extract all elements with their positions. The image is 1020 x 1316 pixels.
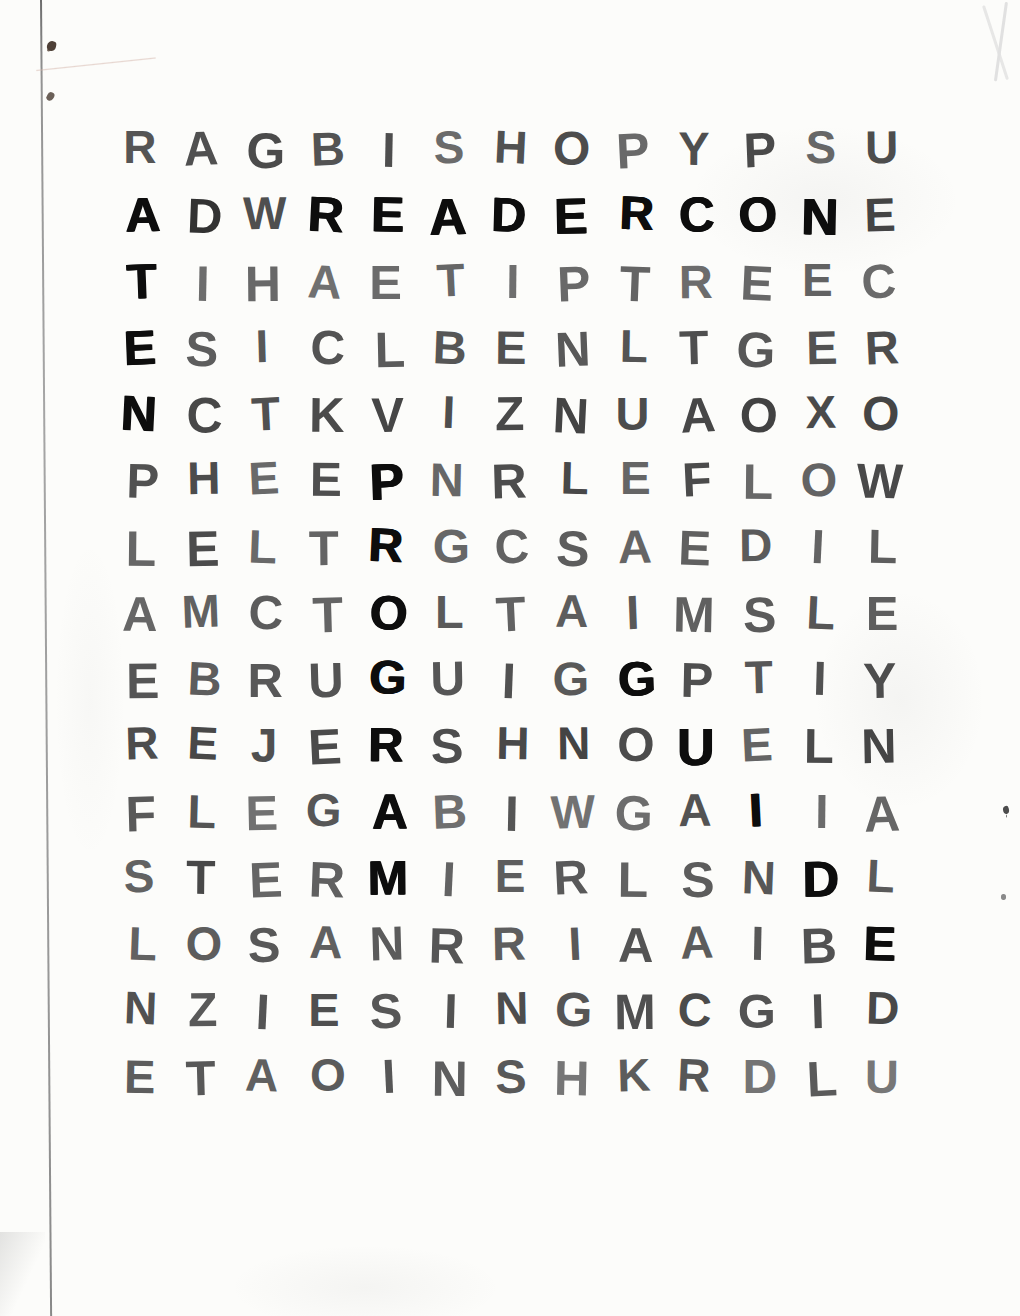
grid-cell-r3c7: I — [482, 248, 544, 315]
grid-cell-r5c9: U — [602, 380, 664, 446]
grid-cell-r6c11: L — [727, 449, 789, 516]
grid-cell-r12c8: R — [538, 843, 603, 912]
grid-cell-r10c4: E — [293, 713, 358, 782]
grid-cell-r1c1: R — [109, 114, 171, 180]
grid-cell-r12c12: D — [788, 845, 852, 914]
grid-cell-r11c11: I — [722, 774, 789, 845]
grid-cell-r2c11: O — [725, 180, 791, 251]
grid-cell-r6c13: W — [849, 448, 912, 515]
grid-cell-r12c3: E — [234, 846, 298, 915]
grid-cell-r1c3: G — [235, 118, 297, 185]
grid-cell-r5c11: O — [727, 381, 791, 449]
grid-cell-r10c10: U — [664, 713, 728, 781]
grid-cell-r3c3: H — [232, 250, 294, 317]
grid-cell-r10c6: S — [415, 712, 479, 781]
grid-cell-r10c3: J — [233, 712, 295, 778]
grid-cell-r4c4: C — [296, 314, 360, 382]
grid-cell-r14c2: Z — [171, 977, 233, 1044]
grid-cell-r15c9: K — [602, 1041, 666, 1109]
grid-cell-r2c1: A — [110, 180, 175, 249]
grid-cell-r9c10: P — [666, 647, 729, 714]
grid-cell-r4c6: B — [418, 313, 482, 382]
grid-cell-r1c6: S — [418, 113, 482, 181]
grid-cell-r7c4: T — [293, 514, 355, 581]
grid-cell-r9c13: Y — [849, 648, 912, 715]
grid-cell-r8c12: L — [788, 577, 853, 646]
grid-cell-r6c8: L — [543, 444, 607, 512]
grid-cell-r12c11: N — [727, 843, 791, 912]
grid-cell-r15c4: O — [297, 1042, 359, 1108]
bottom-left-corner-shade — [0, 1232, 45, 1316]
grid-cell-r1c4: B — [296, 114, 360, 183]
grid-cell-r9c12: I — [788, 645, 852, 713]
grid-cell-r8c4: T — [296, 581, 360, 649]
grid-cell-r15c6: N — [419, 1045, 481, 1112]
grid-cell-r4c7: E — [480, 314, 542, 381]
grid-cell-r13c10: A — [665, 908, 729, 977]
grid-cell-r1c2: A — [168, 115, 233, 184]
grid-cell-r3c10: R — [665, 247, 727, 314]
grid-cell-r11c3: E — [231, 779, 294, 846]
grid-cell-r2c9: R — [603, 178, 669, 249]
grid-cell-r5c12: X — [789, 378, 852, 445]
grid-cell-r9c11: T — [727, 643, 791, 711]
grid-cell-r3c8: P — [542, 249, 606, 318]
grid-cell-r14c8: G — [542, 976, 606, 1045]
grid-cell-r2c7: D — [476, 179, 541, 249]
grid-cell-r2c8: E — [538, 182, 603, 251]
grid-cell-r12c6: I — [417, 844, 482, 913]
grid-cell-r10c1: R — [110, 710, 174, 778]
grid-cell-r12c5: M — [356, 843, 420, 912]
grid-cell-r14c4: E — [293, 976, 355, 1042]
grid-cell-r12c9: L — [601, 847, 663, 914]
grid-cell-r6c6: N — [416, 446, 479, 513]
grid-cell-r2c10: C — [665, 181, 729, 250]
grid-cell-r8c7: T — [479, 579, 544, 648]
grid-cell-r4c3: I — [230, 312, 294, 380]
grid-cell-r15c11: D — [729, 1044, 791, 1110]
grid-cell-r6c1: P — [111, 447, 175, 515]
grid-cell-r12c10: S — [667, 846, 730, 913]
grid-cell-r8c10: M — [663, 581, 726, 648]
grid-cell-r15c2: T — [169, 1044, 233, 1112]
grid-cell-r10c12: L — [787, 713, 849, 780]
grid-cell-r10c13: N — [848, 713, 911, 780]
scanned-paper-page: RAGBISHOPYPSUADWREADERCONETIHAETIPTREECE… — [0, 0, 1020, 1316]
grid-cell-r1c5: I — [357, 116, 420, 183]
grid-cell-r13c1: L — [111, 909, 175, 978]
grid-cell-r7c1: L — [110, 515, 172, 582]
grid-cell-r9c7: I — [477, 647, 541, 716]
grid-cell-r13c4: A — [294, 909, 357, 976]
grid-cell-r3c9: T — [602, 249, 666, 318]
grid-cell-r2c13: E — [848, 180, 912, 248]
grid-cell-r6c12: O — [786, 445, 850, 514]
grid-cell-r4c12: E — [790, 313, 853, 380]
grid-cell-r12c4: R — [295, 846, 359, 915]
grid-cell-r11c7: I — [481, 780, 544, 847]
grid-cell-r3c11: E — [724, 248, 789, 317]
grid-cell-r8c1: A — [109, 581, 171, 648]
word-search-grid: RAGBISHOPYPSUADWREADERCONETIHAETIPTREECE… — [110, 116, 912, 1110]
grid-cell-r14c11: G — [726, 978, 788, 1044]
grid-cell-r14c9: M — [603, 979, 665, 1046]
grid-cell-r12c13: L — [849, 841, 914, 910]
grid-cell-r12c7: E — [479, 843, 541, 909]
grid-cell-r6c7: R — [477, 447, 541, 515]
grid-cell-r11c12: I — [790, 778, 852, 845]
grid-cell-r15c5: I — [356, 1042, 421, 1111]
grid-cell-r7c2: E — [171, 515, 234, 582]
grid-cell-r4c5: L — [358, 316, 421, 383]
grid-cell-r6c10: F — [665, 446, 730, 515]
grid-cell-r8c9: I — [600, 579, 664, 648]
grid-cell-r10c2: E — [170, 709, 235, 778]
grid-cell-r7c9: A — [603, 512, 666, 579]
grid-cell-r1c7: H — [479, 113, 544, 182]
grid-cell-r10c11: E — [724, 710, 789, 779]
grid-cell-r6c4: E — [295, 447, 357, 514]
grid-cell-r15c8: H — [540, 1044, 603, 1111]
grid-cell-r2c6: A — [416, 182, 481, 252]
grid-cell-r7c5: R — [352, 509, 419, 580]
grid-cell-r13c6: R — [416, 912, 480, 980]
grid-cell-r5c4: K — [296, 382, 358, 449]
grid-cell-r2c2: D — [172, 182, 236, 251]
grid-cell-r3c12: E — [787, 247, 849, 313]
grid-cell-r5c10: A — [666, 381, 731, 450]
grid-cell-r10c9: O — [603, 711, 668, 780]
grid-cell-r13c12: B — [787, 912, 851, 980]
grid-cell-r8c11: S — [729, 582, 791, 649]
grid-cell-r1c8: O — [541, 116, 603, 182]
grid-cell-r15c1: E — [108, 1042, 171, 1109]
grid-cell-r7c8: S — [541, 515, 605, 583]
grid-cell-r11c4: G — [292, 775, 356, 844]
grid-cell-r6c2: H — [172, 445, 235, 512]
grid-cell-r11c9: G — [602, 779, 666, 847]
grid-cell-r14c6: I — [420, 978, 484, 1046]
grid-cell-r1c11: P — [728, 116, 792, 185]
grid-cell-r10c5: R — [354, 710, 418, 779]
grid-cell-r8c5: O — [356, 577, 421, 647]
grid-cell-r3c5: E — [355, 250, 417, 316]
grid-cell-r9c9: G — [603, 643, 669, 714]
grid-cell-r14c12: I — [786, 978, 850, 1046]
grid-cell-r4c2: S — [170, 315, 233, 382]
grid-cell-r11c5: A — [358, 777, 422, 846]
grid-cell-r15c10: R — [662, 1040, 727, 1109]
grid-cell-r9c8: G — [540, 645, 602, 712]
grid-cell-r9c4: U — [294, 646, 358, 714]
grid-cell-r7c6: G — [420, 514, 482, 580]
grid-cell-r14c13: D — [851, 975, 915, 1043]
grid-cell-r6c5: P — [354, 447, 420, 518]
grid-cell-r9c1: E — [112, 648, 174, 715]
grid-cell-r13c7: R — [478, 910, 541, 977]
grid-cell-r5c5: V — [356, 381, 419, 448]
grid-cell-r15c3: A — [230, 1041, 294, 1109]
grid-cell-r12c1: S — [106, 841, 171, 910]
grid-cell-r13c2: O — [172, 910, 234, 977]
paper-fold-line — [40, 0, 52, 1316]
grid-cell-r7c3: L — [231, 511, 295, 580]
grid-cell-r5c7: Z — [479, 381, 541, 448]
grid-cell-r15c12: L — [789, 1044, 854, 1113]
grid-cell-r7c12: I — [785, 512, 850, 581]
grid-cell-r7c13: L — [852, 513, 915, 580]
small-mark-left-margin — [45, 91, 55, 102]
grid-cell-r13c5: N — [355, 910, 419, 978]
grid-cell-r3c4: A — [293, 246, 358, 315]
grid-cell-r9c3: R — [234, 647, 296, 713]
grid-cell-r9c2: B — [172, 644, 237, 713]
grid-cell-r15c13: U — [851, 1042, 913, 1109]
grid-cell-r3c6: T — [419, 245, 484, 314]
grid-cell-r5c1: N — [105, 379, 172, 450]
pink-crease-mark — [36, 52, 157, 76]
grid-cell-r7c11: D — [725, 511, 787, 578]
grid-cell-r7c7: C — [480, 513, 544, 581]
grid-cell-r2c5: E — [355, 181, 420, 250]
grid-cell-r6c3: E — [232, 444, 297, 513]
scan-smudge — [230, 1245, 500, 1316]
grid-cell-r13c3: S — [232, 911, 296, 980]
grid-cell-r2c4: R — [293, 180, 360, 251]
grid-cell-r11c13: A — [850, 779, 914, 848]
grid-cell-r12c2: T — [169, 845, 231, 912]
grid-cell-r7c10: E — [663, 513, 727, 582]
grid-cell-r14c3: I — [231, 978, 296, 1047]
grid-cell-r14c1: N — [109, 974, 173, 1043]
grid-cell-r1c9: P — [600, 117, 665, 186]
small-dot-right-edge — [1001, 894, 1006, 900]
grid-cell-r11c6: B — [418, 777, 482, 846]
grid-cell-r6c9: E — [605, 445, 667, 511]
grid-cell-r5c8: N — [538, 382, 603, 451]
grid-cell-r13c9: A — [604, 912, 666, 979]
grid-cell-r11c1: F — [109, 780, 173, 848]
grid-cell-r11c8: W — [541, 777, 605, 845]
grid-cell-r5c2: C — [174, 383, 236, 449]
grid-cell-r4c8: N — [541, 315, 605, 384]
grid-cell-r1c13: U — [851, 114, 913, 181]
grid-cell-r8c3: C — [235, 579, 298, 646]
grid-cell-r11c10: A — [664, 776, 727, 843]
grid-cell-r3c2: I — [171, 250, 234, 317]
grid-cell-r1c10: Y — [663, 115, 725, 182]
grid-cell-r5c6: I — [417, 378, 481, 447]
grid-cell-r8c2: M — [168, 577, 232, 646]
grid-cell-r10c8: N — [543, 710, 605, 777]
grid-cell-r13c8: I — [542, 909, 607, 978]
grid-cell-r5c13: O — [849, 380, 913, 449]
grid-cell-r14c10: C — [663, 975, 728, 1044]
grid-cell-r4c13: R — [850, 312, 915, 381]
grid-cell-r2c12: N — [787, 183, 852, 252]
grid-cell-r4c10: T — [662, 314, 726, 382]
grid-cell-r8c8: A — [541, 578, 603, 645]
grid-cell-r1c12: S — [789, 113, 852, 180]
grid-cell-r13c13: E — [847, 908, 912, 978]
grid-cell-r4c9: L — [602, 312, 665, 379]
grid-cell-r3c13: C — [847, 247, 912, 316]
grid-cell-r4c1: E — [107, 312, 173, 383]
small-mark-right-edge — [1002, 805, 1010, 814]
grid-cell-r13c11: I — [726, 911, 789, 978]
grid-cell-r15c7: S — [479, 1042, 543, 1111]
grid-cell-r9c5: G — [355, 642, 420, 712]
grid-cell-r10c7: H — [482, 710, 545, 777]
grid-cell-r9c6: U — [417, 646, 480, 713]
grid-cell-r14c7: N — [481, 975, 544, 1042]
grid-cell-r8c6: L — [418, 579, 480, 645]
grid-cell-r5c3: T — [234, 379, 299, 448]
grid-cell-r11c2: L — [170, 777, 234, 845]
grid-cell-r4c11: G — [724, 316, 788, 384]
pencil-mark-top-left — [46, 40, 57, 52]
grid-cell-r8c13: E — [851, 581, 913, 647]
grid-cell-r2c3: W — [234, 180, 296, 247]
grid-cell-r14c5: S — [353, 977, 418, 1046]
grid-cell-r3c1: T — [109, 246, 175, 317]
